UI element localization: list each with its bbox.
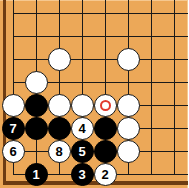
move-8-white-stone: 8 [48,140,71,163]
white-stone [25,71,48,94]
move-number: 6 [9,144,16,157]
white-stone [117,140,140,163]
move-6-white-stone: 6 [2,140,25,163]
black-stone [94,140,117,163]
white-stone [117,94,140,117]
marked-white-stone [94,94,117,117]
white-stone [117,117,140,140]
move-number: 4 [78,121,85,134]
diagram-right-border [187,0,188,188]
move-2-white-stone: 2 [94,163,117,186]
grid-vline [151,0,152,175]
move-number: 8 [55,144,62,157]
go-board-diagram: 74685132 [0,0,188,188]
white-stone [117,48,140,71]
grid-hline [13,36,189,37]
black-stone [48,117,71,140]
red-circle-marker-icon [100,100,111,111]
black-stone [94,117,117,140]
grid-vline [174,0,175,175]
diagram-top-border [0,0,188,1]
move-4-white-stone: 4 [71,117,94,140]
move-number: 1 [32,167,39,180]
move-number: 7 [9,121,16,134]
move-number: 3 [78,167,85,180]
white-stone [71,94,94,117]
black-stone [25,94,48,117]
grid-hline [13,13,189,14]
white-stone [48,94,71,117]
white-stone [48,48,71,71]
black-stone [25,117,48,140]
move-1-black-stone: 1 [25,163,48,186]
white-stone [2,94,25,117]
move-number: 2 [101,167,108,180]
move-number: 5 [78,144,85,157]
move-7-black-stone: 7 [2,117,25,140]
grid-hline [13,59,189,60]
move-5-black-stone: 5 [71,140,94,163]
move-3-black-stone: 3 [71,163,94,186]
